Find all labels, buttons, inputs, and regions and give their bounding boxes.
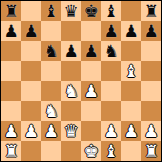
black-bishop[interactable]: ♝ (43, 1, 58, 21)
black-queen[interactable]: ♛ (63, 1, 78, 21)
square-a3[interactable] (1, 101, 21, 121)
square-e1[interactable]: ♚ (81, 141, 101, 161)
black-bishop[interactable]: ♝ (103, 1, 118, 21)
black-pawn[interactable]: ♟ (23, 21, 38, 41)
square-f7[interactable]: ♟ (101, 21, 121, 41)
black-pawn[interactable]: ♟ (103, 21, 118, 41)
square-d3[interactable] (61, 101, 81, 121)
square-b3[interactable] (21, 101, 41, 121)
square-a2[interactable]: ♟ (1, 121, 21, 141)
square-f1[interactable]: ♝ (101, 141, 121, 161)
square-d8[interactable]: ♛ (61, 1, 81, 21)
square-h1[interactable]: ♜ (141, 141, 161, 161)
white-pawn[interactable]: ♟ (83, 81, 98, 101)
square-a7[interactable]: ♟ (1, 21, 21, 41)
black-pawn[interactable]: ♟ (63, 41, 78, 61)
black-knight[interactable]: ♞ (43, 41, 58, 61)
white-pawn[interactable]: ♟ (23, 121, 38, 141)
square-c1[interactable] (41, 141, 61, 161)
square-g7[interactable]: ♟ (121, 21, 141, 41)
square-c5[interactable] (41, 61, 61, 81)
square-d6[interactable]: ♟ (61, 41, 81, 61)
square-e3[interactable] (81, 101, 101, 121)
black-pawn[interactable]: ♟ (143, 21, 158, 41)
square-f4[interactable] (101, 81, 121, 101)
square-e8[interactable]: ♚ (81, 1, 101, 21)
white-rook[interactable]: ♜ (3, 141, 18, 161)
square-c8[interactable]: ♝ (41, 1, 61, 21)
chess-board: ♜♝♛♚♝♜♟♟♟♟♟♞♟♟♞♝♞♟♞♟♟♟♛♟♟♟♜♚♝♜ (1, 1, 161, 161)
square-f8[interactable]: ♝ (101, 1, 121, 21)
square-b6[interactable] (21, 41, 41, 61)
square-c3[interactable]: ♞ (41, 101, 61, 121)
square-c6[interactable]: ♞ (41, 41, 61, 61)
square-g2[interactable]: ♟ (121, 121, 141, 141)
square-d1[interactable] (61, 141, 81, 161)
white-bishop[interactable]: ♝ (123, 61, 138, 81)
black-rook[interactable]: ♜ (143, 1, 158, 21)
white-pawn[interactable]: ♟ (123, 121, 138, 141)
square-g4[interactable] (121, 81, 141, 101)
square-c2[interactable]: ♟ (41, 121, 61, 141)
square-a5[interactable] (1, 61, 21, 81)
square-h8[interactable]: ♜ (141, 1, 161, 21)
square-h4[interactable] (141, 81, 161, 101)
square-g3[interactable] (121, 101, 141, 121)
square-d5[interactable] (61, 61, 81, 81)
square-b2[interactable]: ♟ (21, 121, 41, 141)
square-e7[interactable] (81, 21, 101, 41)
white-pawn[interactable]: ♟ (143, 121, 158, 141)
white-king[interactable]: ♚ (83, 141, 98, 161)
square-b1[interactable] (21, 141, 41, 161)
square-d2[interactable]: ♛ (61, 121, 81, 141)
black-pawn[interactable]: ♟ (123, 21, 138, 41)
square-b8[interactable] (21, 1, 41, 21)
white-rook[interactable]: ♜ (143, 141, 158, 161)
square-a1[interactable]: ♜ (1, 141, 21, 161)
black-pawn[interactable]: ♟ (3, 21, 18, 41)
square-c4[interactable] (41, 81, 61, 101)
square-h5[interactable] (141, 61, 161, 81)
square-g5[interactable]: ♝ (121, 61, 141, 81)
square-h2[interactable]: ♟ (141, 121, 161, 141)
square-f5[interactable] (101, 61, 121, 81)
square-d4[interactable]: ♞ (61, 81, 81, 101)
square-g6[interactable] (121, 41, 141, 61)
white-knight[interactable]: ♞ (63, 81, 78, 101)
white-knight[interactable]: ♞ (43, 101, 58, 121)
square-b5[interactable] (21, 61, 41, 81)
square-a4[interactable] (1, 81, 21, 101)
square-b7[interactable]: ♟ (21, 21, 41, 41)
square-e4[interactable]: ♟ (81, 81, 101, 101)
square-h6[interactable] (141, 41, 161, 61)
square-g8[interactable] (121, 1, 141, 21)
square-f6[interactable]: ♞ (101, 41, 121, 61)
black-rook[interactable]: ♜ (3, 1, 18, 21)
square-d7[interactable] (61, 21, 81, 41)
black-king[interactable]: ♚ (83, 1, 98, 21)
square-e6[interactable]: ♟ (81, 41, 101, 61)
square-b4[interactable] (21, 81, 41, 101)
square-a8[interactable]: ♜ (1, 1, 21, 21)
black-pawn[interactable]: ♟ (83, 41, 98, 61)
square-h7[interactable]: ♟ (141, 21, 161, 41)
square-e5[interactable] (81, 61, 101, 81)
white-queen[interactable]: ♛ (63, 121, 78, 141)
square-h3[interactable] (141, 101, 161, 121)
square-f3[interactable] (101, 101, 121, 121)
white-pawn[interactable]: ♟ (43, 121, 58, 141)
white-pawn[interactable]: ♟ (103, 121, 118, 141)
square-g1[interactable] (121, 141, 141, 161)
square-c7[interactable] (41, 21, 61, 41)
white-bishop[interactable]: ♝ (103, 141, 118, 161)
square-a6[interactable] (1, 41, 21, 61)
square-e2[interactable] (81, 121, 101, 141)
black-knight[interactable]: ♞ (103, 41, 118, 61)
white-pawn[interactable]: ♟ (3, 121, 18, 141)
square-f2[interactable]: ♟ (101, 121, 121, 141)
